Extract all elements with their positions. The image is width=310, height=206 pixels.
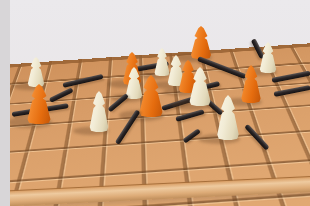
pawn-orange[interactable]: [24, 84, 55, 124]
wall-stick[interactable]: [62, 74, 103, 88]
pawn-orange[interactable]: [188, 26, 215, 59]
wall-stick[interactable]: [272, 71, 310, 83]
pawn-cream[interactable]: [25, 57, 47, 87]
board-game-photo: [10, 0, 310, 206]
pawn-cream[interactable]: [152, 48, 172, 76]
wall-stick[interactable]: [251, 38, 265, 59]
wall-stick[interactable]: [274, 85, 310, 97]
wall-stick[interactable]: [244, 124, 269, 151]
pawn-cream[interactable]: [87, 91, 112, 132]
pieces-layer: [10, 0, 310, 206]
wall-stick[interactable]: [49, 87, 74, 102]
wall-stick[interactable]: [183, 128, 201, 143]
wall-stick[interactable]: [175, 109, 204, 122]
